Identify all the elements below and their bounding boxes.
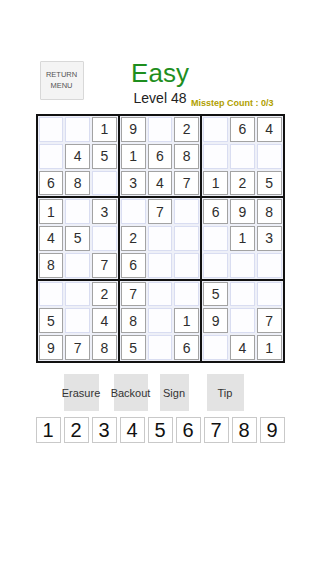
misstep-count: Misstep Count : 0/3 (191, 98, 274, 108)
cell-r1c5[interactable] (148, 117, 173, 142)
erasure-button[interactable]: Erasure (64, 374, 99, 411)
cell-r2c1[interactable] (39, 144, 64, 169)
cell-r5c9[interactable]: 3 (257, 226, 282, 251)
num-button-6[interactable]: 6 (176, 417, 201, 443)
num-button-4[interactable]: 4 (120, 417, 145, 443)
cell-r9c2[interactable]: 7 (65, 335, 90, 360)
cell-r7c5[interactable] (148, 282, 173, 307)
cell-r9c7[interactable] (203, 335, 228, 360)
cell-r6c1[interactable]: 8 (39, 253, 64, 278)
cell-r8c4[interactable]: 8 (121, 308, 146, 333)
cell-r3c7[interactable]: 1 (203, 171, 228, 196)
cell-r1c3[interactable]: 1 (92, 117, 117, 142)
cell-r1c4[interactable]: 9 (121, 117, 146, 142)
cell-r3c8[interactable]: 2 (230, 171, 255, 196)
box-9: 59741 (202, 281, 282, 361)
cell-r5c6[interactable] (174, 226, 199, 251)
num-button-2[interactable]: 2 (64, 417, 89, 443)
box-5: 726 (120, 198, 200, 278)
cell-r7c7[interactable]: 5 (203, 282, 228, 307)
cell-r6c2[interactable] (65, 253, 90, 278)
sudoku-app: RETURN MENU Easy Level 48 Misstep Count … (28, 0, 293, 574)
cell-r5c3[interactable] (92, 226, 117, 251)
cell-r7c1[interactable] (39, 282, 64, 307)
cell-r2c3[interactable]: 5 (92, 144, 117, 169)
cell-r4c9[interactable]: 8 (257, 199, 282, 224)
cell-r1c1[interactable] (39, 117, 64, 142)
cell-r5c5[interactable] (148, 226, 173, 251)
cell-r9c1[interactable]: 9 (39, 335, 64, 360)
cell-r9c9[interactable]: 1 (257, 335, 282, 360)
box-2: 92168347 (120, 116, 200, 196)
sign-button[interactable]: Sign (160, 374, 189, 411)
cell-r6c5[interactable] (148, 253, 173, 278)
cell-r6c4[interactable]: 6 (121, 253, 146, 278)
cell-r5c1[interactable]: 4 (39, 226, 64, 251)
sudoku-board: 1456892168347641251345877266981325497878… (36, 114, 285, 363)
difficulty-title: Easy (28, 58, 293, 89)
cell-r4c4[interactable] (121, 199, 146, 224)
cell-r7c4[interactable]: 7 (121, 282, 146, 307)
numpad: 123456789 (36, 417, 285, 443)
cell-r8c9[interactable]: 7 (257, 308, 282, 333)
cell-r5c2[interactable]: 5 (65, 226, 90, 251)
num-button-8[interactable]: 8 (232, 417, 257, 443)
cell-r2c5[interactable]: 6 (148, 144, 173, 169)
cell-r1c2[interactable] (65, 117, 90, 142)
cell-r8c2[interactable] (65, 308, 90, 333)
num-button-3[interactable]: 3 (92, 417, 117, 443)
cell-r8c7[interactable]: 9 (203, 308, 228, 333)
cell-r8c1[interactable]: 5 (39, 308, 64, 333)
cell-r1c6[interactable]: 2 (174, 117, 199, 142)
num-button-1[interactable]: 1 (36, 417, 61, 443)
cell-r5c4[interactable]: 2 (121, 226, 146, 251)
cell-r3c5[interactable]: 4 (148, 171, 173, 196)
box-1: 14568 (38, 116, 118, 196)
cell-r4c7[interactable]: 6 (203, 199, 228, 224)
cell-r3c2[interactable]: 8 (65, 171, 90, 196)
cell-r1c7[interactable] (203, 117, 228, 142)
num-button-5[interactable]: 5 (148, 417, 173, 443)
cell-r5c7[interactable] (203, 226, 228, 251)
cell-r4c6[interactable] (174, 199, 199, 224)
cell-r6c9[interactable] (257, 253, 282, 278)
cell-r9c5[interactable] (148, 335, 173, 360)
box-7: 254978 (38, 281, 118, 361)
cell-r7c6[interactable] (174, 282, 199, 307)
cell-r6c6[interactable] (174, 253, 199, 278)
cell-r6c7[interactable] (203, 253, 228, 278)
cell-r2c4[interactable]: 1 (121, 144, 146, 169)
cell-r3c1[interactable]: 6 (39, 171, 64, 196)
cell-r4c8[interactable]: 9 (230, 199, 255, 224)
cell-r4c2[interactable] (65, 199, 90, 224)
cell-r3c4[interactable]: 3 (121, 171, 146, 196)
cell-r9c3[interactable]: 8 (92, 335, 117, 360)
cell-r7c3[interactable]: 2 (92, 282, 117, 307)
cell-r8c6[interactable]: 1 (174, 308, 199, 333)
box-6: 69813 (202, 198, 282, 278)
cell-r4c5[interactable]: 7 (148, 199, 173, 224)
num-button-9[interactable]: 9 (260, 417, 285, 443)
box-3: 64125 (202, 116, 282, 196)
cell-r9c4[interactable]: 5 (121, 335, 146, 360)
tip-button[interactable]: Tip (207, 374, 244, 411)
backout-button[interactable]: Backout (114, 374, 148, 411)
cell-r5c8[interactable]: 1 (230, 226, 255, 251)
cell-r7c9[interactable] (257, 282, 282, 307)
cell-r2c6[interactable]: 8 (174, 144, 199, 169)
cell-r4c3[interactable]: 3 (92, 199, 117, 224)
cell-r3c6[interactable]: 7 (174, 171, 199, 196)
cell-r8c5[interactable] (148, 308, 173, 333)
cell-r2c2[interactable]: 4 (65, 144, 90, 169)
cell-r6c3[interactable]: 7 (92, 253, 117, 278)
cell-r7c2[interactable] (65, 282, 90, 307)
cell-r3c3[interactable] (92, 171, 117, 196)
cell-r2c7[interactable] (203, 144, 228, 169)
cell-r7c8[interactable] (230, 282, 255, 307)
cell-r4c1[interactable]: 1 (39, 199, 64, 224)
cell-r8c8[interactable] (230, 308, 255, 333)
cell-r1c8[interactable]: 6 (230, 117, 255, 142)
cell-r9c6[interactable]: 6 (174, 335, 199, 360)
cell-r2c9[interactable] (257, 144, 282, 169)
cell-r9c8[interactable]: 4 (230, 335, 255, 360)
cell-r2c8[interactable] (230, 144, 255, 169)
cell-r8c3[interactable]: 4 (92, 308, 117, 333)
box-4: 134587 (38, 198, 118, 278)
num-button-7[interactable]: 7 (204, 417, 229, 443)
cell-r3c9[interactable]: 5 (257, 171, 282, 196)
box-8: 78156 (120, 281, 200, 361)
cell-r1c9[interactable]: 4 (257, 117, 282, 142)
cell-r6c8[interactable] (230, 253, 255, 278)
